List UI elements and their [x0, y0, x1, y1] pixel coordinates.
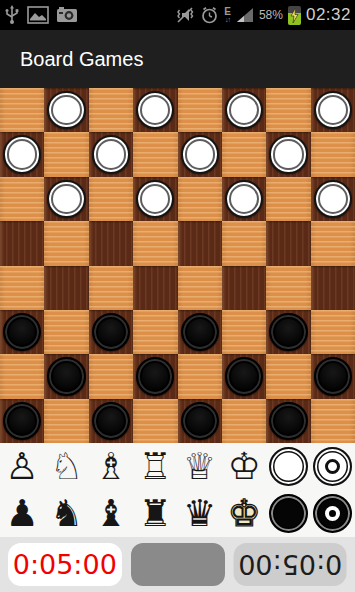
square-r7c1[interactable] — [44, 399, 88, 443]
square-r1c0[interactable] — [0, 132, 44, 176]
black-checker[interactable] — [314, 357, 352, 395]
square-r5c4[interactable] — [178, 310, 222, 354]
white-checker[interactable] — [47, 180, 85, 218]
tray-white-checker-man[interactable] — [266, 443, 310, 490]
white-rook-glyph: ♖ — [139, 443, 172, 490]
white-bishop-glyph: ♗ — [94, 443, 127, 490]
status-bar: E ↓↑ 58% 02:32 — [0, 0, 355, 30]
white-checker[interactable] — [225, 180, 263, 218]
black-pawn-glyph: ♟ — [6, 490, 39, 537]
black-checker-man-disc — [269, 494, 308, 533]
square-r1c5[interactable] — [222, 132, 266, 176]
square-r4c6[interactable] — [266, 266, 310, 310]
white-checker-king-disc — [313, 447, 352, 486]
square-r7c2[interactable] — [89, 399, 133, 443]
tray-black-rook[interactable]: ♜ — [133, 490, 177, 537]
tray-white-queen[interactable]: ♕ — [178, 443, 222, 490]
square-r7c0[interactable] — [0, 399, 44, 443]
tray-black-pawn[interactable]: ♟ — [0, 490, 44, 537]
square-r7c5[interactable] — [222, 399, 266, 443]
tray-white-bishop[interactable]: ♗ — [89, 443, 133, 490]
black-checker[interactable] — [269, 313, 307, 351]
square-r6c4[interactable] — [178, 354, 222, 398]
white-checker[interactable] — [47, 91, 85, 129]
tray-black-checker-man[interactable] — [266, 490, 310, 537]
battery-percent: 58% — [259, 8, 283, 22]
middle-button[interactable] — [131, 543, 226, 586]
square-r7c6[interactable] — [266, 399, 310, 443]
square-r1c7[interactable] — [311, 132, 355, 176]
square-r4c2[interactable] — [89, 266, 133, 310]
square-r2c0[interactable] — [0, 177, 44, 221]
square-r1c1[interactable] — [44, 132, 88, 176]
tray-black-checker-king[interactable] — [311, 490, 355, 537]
square-r1c4[interactable] — [178, 132, 222, 176]
white-checker-man-disc — [269, 447, 308, 486]
phone-screen: E ↓↑ 58% 02:32 Board Games ♙♘♗♖♕ — [0, 0, 355, 592]
square-r5c1[interactable] — [44, 310, 88, 354]
gallery-icon — [27, 5, 49, 25]
square-r5c2[interactable] — [89, 310, 133, 354]
black-clock[interactable]: 0:05:00 — [234, 543, 347, 586]
black-checker-king-inner-ring — [325, 506, 340, 521]
square-r6c5[interactable] — [222, 354, 266, 398]
tray-white-knight[interactable]: ♘ — [44, 443, 88, 490]
square-r7c7[interactable] — [311, 399, 355, 443]
tray-row-white: ♙♘♗♖♕♔ — [0, 443, 355, 490]
title-bar: Board Games — [0, 30, 355, 88]
board — [0, 88, 355, 443]
white-checker[interactable] — [92, 135, 130, 173]
black-king-glyph: ♚ — [227, 490, 260, 537]
square-r0c2[interactable] — [89, 88, 133, 132]
page-title: Board Games — [20, 48, 143, 71]
white-king-glyph: ♔ — [227, 443, 260, 490]
white-pawn-glyph: ♙ — [6, 443, 39, 490]
square-r2c2[interactable] — [89, 177, 133, 221]
square-r6c0[interactable] — [0, 354, 44, 398]
tray-black-queen[interactable]: ♛ — [178, 490, 222, 537]
camera-icon — [56, 6, 78, 24]
edge-network-icon: E ↓↑ — [224, 7, 231, 23]
clock-bar: 0:05:00 0:05:00 — [0, 537, 355, 592]
square-r0c7[interactable] — [311, 88, 355, 132]
square-r1c2[interactable] — [89, 132, 133, 176]
square-r0c0[interactable] — [0, 88, 44, 132]
square-r3c4[interactable] — [178, 221, 222, 265]
square-r0c3[interactable] — [133, 88, 177, 132]
black-checker[interactable] — [92, 402, 130, 440]
white-checker[interactable] — [3, 135, 41, 173]
tray-black-bishop[interactable]: ♝ — [89, 490, 133, 537]
square-r3c2[interactable] — [89, 221, 133, 265]
square-r5c5[interactable] — [222, 310, 266, 354]
battery-icon — [288, 6, 301, 25]
tray-row-black: ♟♞♝♜♛♚ — [0, 490, 355, 537]
square-r0c5[interactable] — [222, 88, 266, 132]
square-r4c4[interactable] — [178, 266, 222, 310]
white-checker[interactable] — [269, 135, 307, 173]
black-checker[interactable] — [225, 357, 263, 395]
white-queen-glyph: ♕ — [183, 443, 216, 490]
tray-white-pawn[interactable]: ♙ — [0, 443, 44, 490]
square-r2c4[interactable] — [178, 177, 222, 221]
black-queen-glyph: ♛ — [183, 490, 216, 537]
square-r5c3[interactable] — [133, 310, 177, 354]
black-checker[interactable] — [3, 313, 41, 351]
black-checker[interactable] — [136, 357, 174, 395]
vibrate-icon — [175, 6, 195, 24]
tray-white-checker-king[interactable] — [311, 443, 355, 490]
black-checker[interactable] — [47, 357, 85, 395]
black-checker[interactable] — [181, 402, 219, 440]
square-r2c7[interactable] — [311, 177, 355, 221]
black-rook-glyph: ♜ — [139, 490, 172, 537]
status-time: 02:32 — [306, 5, 351, 25]
white-checker[interactable] — [181, 135, 219, 173]
square-r6c6[interactable] — [266, 354, 310, 398]
square-r2c3[interactable] — [133, 177, 177, 221]
tray-black-king[interactable]: ♚ — [222, 490, 266, 537]
white-checker[interactable] — [314, 180, 352, 218]
square-r2c1[interactable] — [44, 177, 88, 221]
square-r3c7[interactable] — [311, 221, 355, 265]
piece-tray: ♙♘♗♖♕♔♟♞♝♜♛♚ — [0, 443, 355, 537]
square-r1c3[interactable] — [133, 132, 177, 176]
square-r6c7[interactable] — [311, 354, 355, 398]
alarm-icon — [200, 6, 219, 25]
black-bishop-glyph: ♝ — [94, 490, 127, 537]
white-knight-glyph: ♘ — [50, 443, 83, 490]
square-r3c5[interactable] — [222, 221, 266, 265]
black-checker[interactable] — [269, 402, 307, 440]
square-r4c0[interactable] — [0, 266, 44, 310]
usb-icon — [4, 5, 20, 25]
white-clock[interactable]: 0:05:00 — [8, 543, 122, 586]
square-r3c0[interactable] — [0, 221, 44, 265]
square-r4c7[interactable] — [311, 266, 355, 310]
square-r1c6[interactable] — [266, 132, 310, 176]
white-checker[interactable] — [225, 91, 263, 129]
square-r0c4[interactable] — [178, 88, 222, 132]
white-checker[interactable] — [314, 91, 352, 129]
square-r6c2[interactable] — [89, 354, 133, 398]
square-r3c6[interactable] — [266, 221, 310, 265]
black-checker[interactable] — [92, 313, 130, 351]
square-r5c0[interactable] — [0, 310, 44, 354]
tray-black-knight[interactable]: ♞ — [44, 490, 88, 537]
black-checker-king-disc — [313, 494, 352, 533]
white-checker-king-inner-ring — [325, 459, 340, 474]
tray-white-rook[interactable]: ♖ — [133, 443, 177, 490]
square-r7c3[interactable] — [133, 399, 177, 443]
black-checker[interactable] — [3, 402, 41, 440]
square-r6c3[interactable] — [133, 354, 177, 398]
white-checker[interactable] — [136, 180, 174, 218]
square-r3c3[interactable] — [133, 221, 177, 265]
square-r2c6[interactable] — [266, 177, 310, 221]
square-r6c1[interactable] — [44, 354, 88, 398]
tray-white-king[interactable]: ♔ — [222, 443, 266, 490]
white-checker[interactable] — [136, 91, 174, 129]
square-r5c7[interactable] — [311, 310, 355, 354]
square-r4c5[interactable] — [222, 266, 266, 310]
square-r4c3[interactable] — [133, 266, 177, 310]
square-r5c6[interactable] — [266, 310, 310, 354]
square-r0c1[interactable] — [44, 88, 88, 132]
signal-icon — [236, 7, 254, 23]
black-checker[interactable] — [181, 313, 219, 351]
square-r4c1[interactable] — [44, 266, 88, 310]
square-r7c4[interactable] — [178, 399, 222, 443]
square-r2c5[interactable] — [222, 177, 266, 221]
square-r3c1[interactable] — [44, 221, 88, 265]
square-r0c6[interactable] — [266, 88, 310, 132]
black-knight-glyph: ♞ — [50, 490, 83, 537]
